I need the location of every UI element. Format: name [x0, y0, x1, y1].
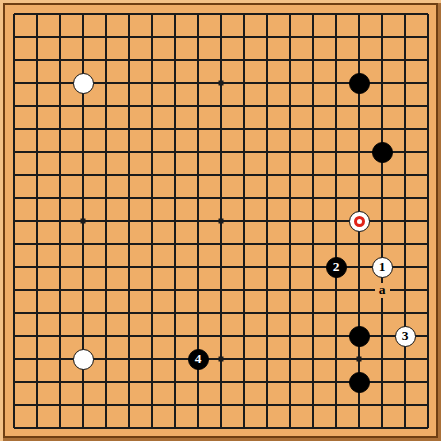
stone-Q5 — [349, 326, 370, 347]
stone-R8: 1 — [372, 257, 393, 278]
stone-move-number: 2 — [333, 260, 340, 274]
stone-Q10 — [349, 211, 370, 232]
circle-marker — [354, 216, 365, 227]
stone-J4: 4 — [188, 349, 209, 370]
point-label-a: a — [375, 283, 390, 298]
stone-R13 — [372, 142, 393, 163]
stone-move-number: 4 — [195, 352, 202, 366]
stone-D16 — [73, 73, 94, 94]
stone-D4 — [73, 349, 94, 370]
stones-layer: 2134a — [3, 3, 440, 440]
stone-P8: 2 — [326, 257, 347, 278]
stone-Q16 — [349, 73, 370, 94]
stone-move-number: 1 — [379, 260, 386, 274]
stone-S5: 3 — [395, 326, 416, 347]
stone-Q3 — [349, 372, 370, 393]
stone-move-number: 3 — [402, 329, 409, 343]
go-board: 2134a — [0, 0, 441, 441]
